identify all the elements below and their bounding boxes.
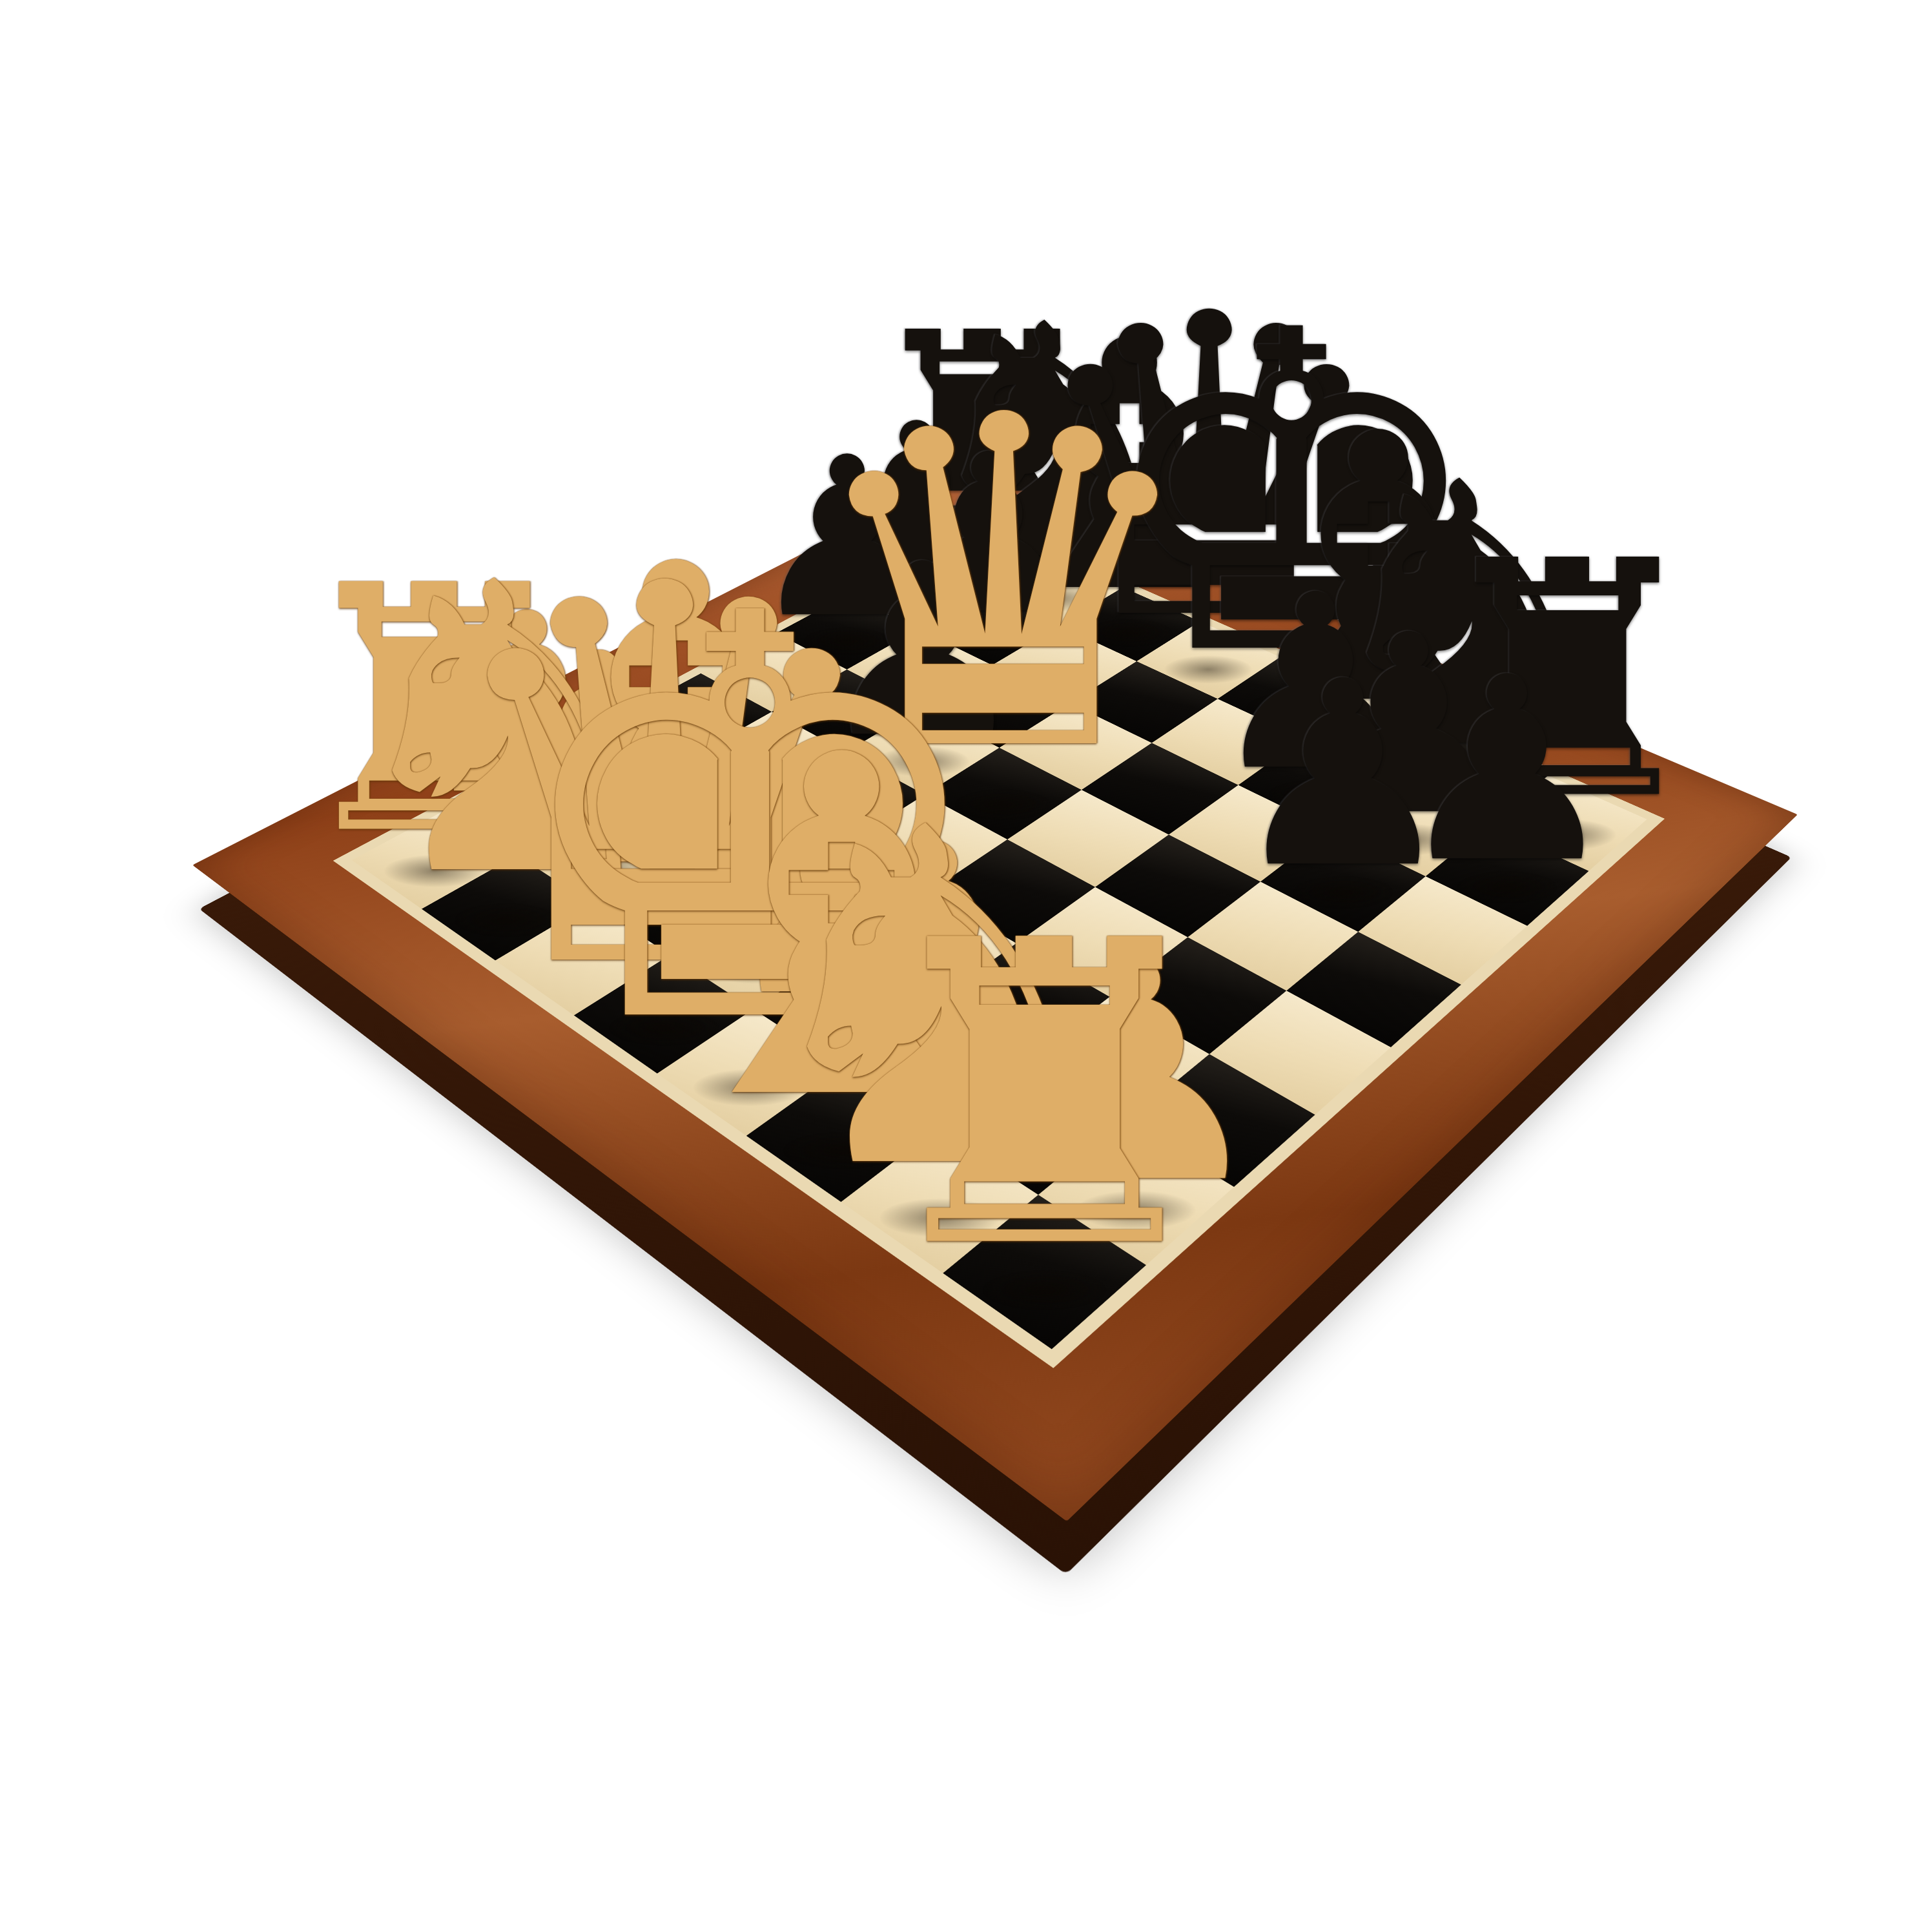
square-h5[interactable] (1286, 932, 1461, 1047)
product-photo-scene: ♜♞♟♝♟♟♛♚♝♟♞♟♛♟♜♟♟♜♟♟♝♞♟♟♛♟♚♝♟♞♜ (0, 0, 1932, 1932)
piece-black-pawn-g6[interactable]: ♟ (1229, 648, 1457, 903)
piece-white-rook-h1[interactable]: ♜ (858, 888, 1232, 1306)
